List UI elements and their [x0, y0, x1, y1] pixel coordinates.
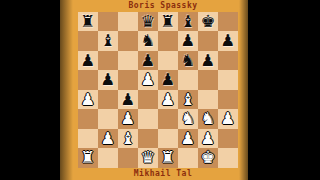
square-c1 — [118, 148, 138, 168]
black-king-piece: ♚ — [198, 12, 218, 32]
chess-board: ♜♛♜♝♚♝♞♟♟♟♟♞♟♟♟♟♟♟♟♝♟♞♞♟♟♝♟♟♜♛♜♚ — [78, 12, 238, 168]
square-e2 — [158, 129, 178, 149]
square-a2 — [78, 129, 98, 149]
board-background: Boris Spassky ♜♛♜♝♚♝♞♟♟♟♟♞♟♟♟♟♟♟♟♝♟♞♞♟♟♝… — [60, 0, 248, 180]
square-f5 — [178, 70, 198, 90]
square-b7: ♝ — [98, 31, 118, 51]
white-knight-piece: ♞ — [178, 109, 198, 129]
black-bishop-piece: ♝ — [98, 31, 118, 51]
black-pawn-piece: ♟ — [158, 70, 178, 90]
white-pawn-piece: ♟ — [98, 129, 118, 149]
square-g4 — [198, 90, 218, 110]
square-d6: ♟ — [138, 51, 158, 71]
square-b2: ♟ — [98, 129, 118, 149]
black-pawn-piece: ♟ — [78, 51, 98, 71]
square-c5 — [118, 70, 138, 90]
video-frame: Boris Spassky ♜♛♜♝♚♝♞♟♟♟♟♞♟♟♟♟♟♟♟♝♟♞♞♟♟♝… — [0, 0, 320, 180]
square-e6 — [158, 51, 178, 71]
square-b5: ♟ — [98, 70, 118, 90]
square-g1: ♚ — [198, 148, 218, 168]
white-knight-piece: ♞ — [198, 109, 218, 129]
player-name-bottom: Mikhail Tal — [69, 168, 257, 179]
square-f1 — [178, 148, 198, 168]
square-d3 — [138, 109, 158, 129]
square-h6 — [218, 51, 238, 71]
square-e7 — [158, 31, 178, 51]
square-h7: ♟ — [218, 31, 238, 51]
black-pawn-piece: ♟ — [118, 90, 138, 110]
square-h3: ♟ — [218, 109, 238, 129]
square-c2: ♝ — [118, 129, 138, 149]
square-h5 — [218, 70, 238, 90]
square-e4: ♟ — [158, 90, 178, 110]
square-c3: ♟ — [118, 109, 138, 129]
square-f8: ♝ — [178, 12, 198, 32]
square-f4: ♝ — [178, 90, 198, 110]
white-queen-piece: ♛ — [138, 148, 158, 168]
square-e3 — [158, 109, 178, 129]
square-h1 — [218, 148, 238, 168]
square-e5: ♟ — [158, 70, 178, 90]
square-e8: ♜ — [158, 12, 178, 32]
player-name-top: Boris Spassky — [69, 0, 257, 11]
square-f6: ♞ — [178, 51, 198, 71]
white-bishop-piece: ♝ — [118, 129, 138, 149]
square-a5 — [78, 70, 98, 90]
black-pawn-piece: ♟ — [138, 51, 158, 71]
square-e1: ♜ — [158, 148, 178, 168]
square-d5: ♟ — [138, 70, 158, 90]
square-c7 — [118, 31, 138, 51]
square-a7 — [78, 31, 98, 51]
square-f2: ♟ — [178, 129, 198, 149]
square-d2 — [138, 129, 158, 149]
square-a3 — [78, 109, 98, 129]
white-pawn-piece: ♟ — [118, 109, 138, 129]
black-rook-piece: ♜ — [158, 12, 178, 32]
square-a8: ♜ — [78, 12, 98, 32]
black-knight-piece: ♞ — [178, 51, 198, 71]
black-rook-piece: ♜ — [78, 12, 98, 32]
square-d7: ♞ — [138, 31, 158, 51]
square-g7 — [198, 31, 218, 51]
square-g8: ♚ — [198, 12, 218, 32]
white-bishop-piece: ♝ — [178, 90, 198, 110]
black-pawn-piece: ♟ — [178, 31, 198, 51]
letterbox-bar-left — [0, 0, 60, 180]
square-d4 — [138, 90, 158, 110]
white-pawn-piece: ♟ — [218, 109, 238, 129]
black-pawn-piece: ♟ — [98, 70, 118, 90]
square-a6: ♟ — [78, 51, 98, 71]
square-d8: ♛ — [138, 12, 158, 32]
black-queen-piece: ♛ — [138, 12, 158, 32]
square-f3: ♞ — [178, 109, 198, 129]
square-b1 — [98, 148, 118, 168]
square-g6: ♟ — [198, 51, 218, 71]
square-c8 — [118, 12, 138, 32]
square-b4 — [98, 90, 118, 110]
square-a1: ♜ — [78, 148, 98, 168]
square-g3: ♞ — [198, 109, 218, 129]
square-h8 — [218, 12, 238, 32]
square-b3 — [98, 109, 118, 129]
white-rook-piece: ♜ — [78, 148, 98, 168]
square-d1: ♛ — [138, 148, 158, 168]
white-rook-piece: ♜ — [158, 148, 178, 168]
white-king-piece: ♚ — [198, 148, 218, 168]
white-pawn-piece: ♟ — [158, 90, 178, 110]
letterbox-bar-right — [248, 0, 320, 180]
square-c6 — [118, 51, 138, 71]
square-b6 — [98, 51, 118, 71]
square-g2: ♟ — [198, 129, 218, 149]
square-h2 — [218, 129, 238, 149]
white-pawn-piece: ♟ — [138, 70, 158, 90]
black-pawn-piece: ♟ — [198, 51, 218, 71]
black-bishop-piece: ♝ — [178, 12, 198, 32]
square-b8 — [98, 12, 118, 32]
white-pawn-piece: ♟ — [198, 129, 218, 149]
black-knight-piece: ♞ — [138, 31, 158, 51]
black-pawn-piece: ♟ — [218, 31, 238, 51]
square-f7: ♟ — [178, 31, 198, 51]
square-a4: ♟ — [78, 90, 98, 110]
white-pawn-piece: ♟ — [78, 90, 98, 110]
white-pawn-piece: ♟ — [178, 129, 198, 149]
square-h4 — [218, 90, 238, 110]
square-c4: ♟ — [118, 90, 138, 110]
square-g5 — [198, 70, 218, 90]
